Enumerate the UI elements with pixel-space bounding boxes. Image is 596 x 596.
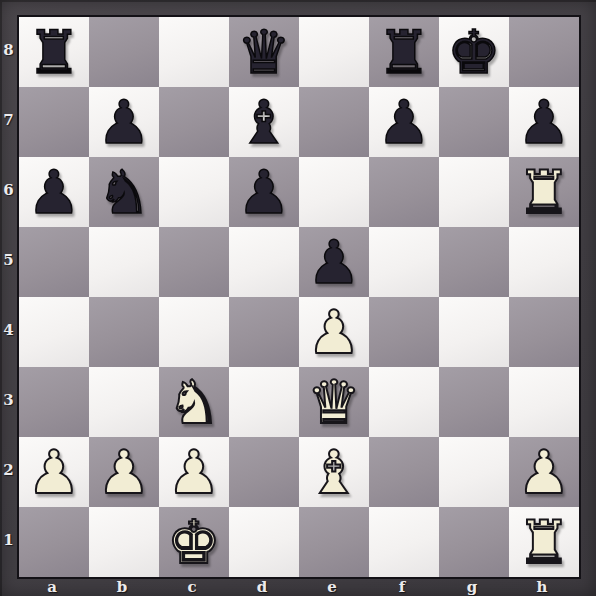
square-c7[interactable] <box>159 87 229 157</box>
square-h7[interactable]: ♟ <box>509 87 579 157</box>
rank-label-5: 5 <box>0 225 17 295</box>
file-label-d: d <box>227 577 297 596</box>
white-rook-piece: ♜ <box>517 157 571 227</box>
black-queen-piece: ♛ <box>237 17 291 87</box>
square-g4[interactable] <box>439 297 509 367</box>
square-c1[interactable]: ♚ <box>159 507 229 577</box>
black-king-piece: ♚ <box>447 17 501 87</box>
black-pawn-piece: ♟ <box>517 87 571 157</box>
square-a8[interactable]: ♜ <box>19 17 89 87</box>
square-a4[interactable] <box>19 297 89 367</box>
square-g6[interactable] <box>439 157 509 227</box>
rank-label-4: 4 <box>0 295 17 365</box>
black-pawn-piece: ♟ <box>27 157 81 227</box>
file-label-c: c <box>157 577 227 596</box>
square-g8[interactable]: ♚ <box>439 17 509 87</box>
square-e5[interactable]: ♟ <box>299 227 369 297</box>
square-e8[interactable] <box>299 17 369 87</box>
square-f6[interactable] <box>369 157 439 227</box>
file-labels: abcdefgh <box>17 577 581 596</box>
black-pawn-piece: ♟ <box>237 157 291 227</box>
rank-label-2: 2 <box>0 435 17 505</box>
white-pawn-piece: ♟ <box>27 437 81 507</box>
square-a2[interactable]: ♟ <box>19 437 89 507</box>
square-f7[interactable]: ♟ <box>369 87 439 157</box>
square-f8[interactable]: ♜ <box>369 17 439 87</box>
white-pawn-piece: ♟ <box>307 297 361 367</box>
square-g1[interactable] <box>439 507 509 577</box>
black-rook-piece: ♜ <box>27 17 81 87</box>
square-d2[interactable] <box>229 437 299 507</box>
square-f4[interactable] <box>369 297 439 367</box>
white-bishop-piece: ♝ <box>307 437 361 507</box>
square-g3[interactable] <box>439 367 509 437</box>
square-e3[interactable]: ♛ <box>299 367 369 437</box>
white-rook-piece: ♜ <box>517 507 571 577</box>
black-bishop-piece: ♝ <box>237 87 291 157</box>
rank-label-3: 3 <box>0 365 17 435</box>
square-e7[interactable] <box>299 87 369 157</box>
square-h2[interactable]: ♟ <box>509 437 579 507</box>
white-queen-piece: ♛ <box>307 367 361 437</box>
square-g5[interactable] <box>439 227 509 297</box>
rank-label-8: 8 <box>0 15 17 85</box>
square-c3[interactable]: ♞ <box>159 367 229 437</box>
square-g7[interactable] <box>439 87 509 157</box>
square-e6[interactable] <box>299 157 369 227</box>
square-h6[interactable]: ♜ <box>509 157 579 227</box>
square-b8[interactable] <box>89 17 159 87</box>
square-b7[interactable]: ♟ <box>89 87 159 157</box>
black-rook-piece: ♜ <box>377 17 431 87</box>
square-a7[interactable] <box>19 87 89 157</box>
square-d3[interactable] <box>229 367 299 437</box>
square-h3[interactable] <box>509 367 579 437</box>
file-label-b: b <box>87 577 157 596</box>
white-pawn-piece: ♟ <box>97 437 151 507</box>
square-c4[interactable] <box>159 297 229 367</box>
rank-label-1: 1 <box>0 505 17 575</box>
white-pawn-piece: ♟ <box>517 437 571 507</box>
file-label-f: f <box>367 577 437 596</box>
square-b4[interactable] <box>89 297 159 367</box>
chess-diagram: 87654321 ♜♛♜♚♟♝♟♟♟♞♟♜♟♟♞♛♟♟♟♝♟♚♜ abcdefg… <box>0 0 596 596</box>
square-h4[interactable] <box>509 297 579 367</box>
black-pawn-piece: ♟ <box>307 227 361 297</box>
square-g2[interactable] <box>439 437 509 507</box>
square-b6[interactable]: ♞ <box>89 157 159 227</box>
square-h8[interactable] <box>509 17 579 87</box>
rank-label-7: 7 <box>0 85 17 155</box>
square-h5[interactable] <box>509 227 579 297</box>
white-knight-piece: ♞ <box>167 367 221 437</box>
square-b5[interactable] <box>89 227 159 297</box>
file-label-g: g <box>437 577 507 596</box>
rank-label-6: 6 <box>0 155 17 225</box>
black-pawn-piece: ♟ <box>377 87 431 157</box>
file-label-e: e <box>297 577 367 596</box>
square-f1[interactable] <box>369 507 439 577</box>
square-b2[interactable]: ♟ <box>89 437 159 507</box>
square-f3[interactable] <box>369 367 439 437</box>
white-king-piece: ♚ <box>167 507 221 577</box>
square-a1[interactable] <box>19 507 89 577</box>
square-c8[interactable] <box>159 17 229 87</box>
file-label-h: h <box>507 577 577 596</box>
chess-board: ♜♛♜♚♟♝♟♟♟♞♟♜♟♟♞♛♟♟♟♝♟♚♜ <box>17 15 581 579</box>
black-pawn-piece: ♟ <box>97 87 151 157</box>
square-c5[interactable] <box>159 227 229 297</box>
square-e4[interactable]: ♟ <box>299 297 369 367</box>
square-f5[interactable] <box>369 227 439 297</box>
square-c2[interactable]: ♟ <box>159 437 229 507</box>
square-d4[interactable] <box>229 297 299 367</box>
square-c6[interactable] <box>159 157 229 227</box>
file-label-a: a <box>17 577 87 596</box>
square-b1[interactable] <box>89 507 159 577</box>
square-b3[interactable] <box>89 367 159 437</box>
square-e2[interactable]: ♝ <box>299 437 369 507</box>
square-d5[interactable] <box>229 227 299 297</box>
square-d8[interactable]: ♛ <box>229 17 299 87</box>
square-d7[interactable]: ♝ <box>229 87 299 157</box>
square-h1[interactable]: ♜ <box>509 507 579 577</box>
black-knight-piece: ♞ <box>97 157 151 227</box>
square-d1[interactable] <box>229 507 299 577</box>
square-a3[interactable] <box>19 367 89 437</box>
square-a6[interactable]: ♟ <box>19 157 89 227</box>
square-e1[interactable] <box>299 507 369 577</box>
square-d6[interactable]: ♟ <box>229 157 299 227</box>
rank-labels: 87654321 <box>0 15 17 575</box>
white-pawn-piece: ♟ <box>167 437 221 507</box>
square-f2[interactable] <box>369 437 439 507</box>
square-a5[interactable] <box>19 227 89 297</box>
